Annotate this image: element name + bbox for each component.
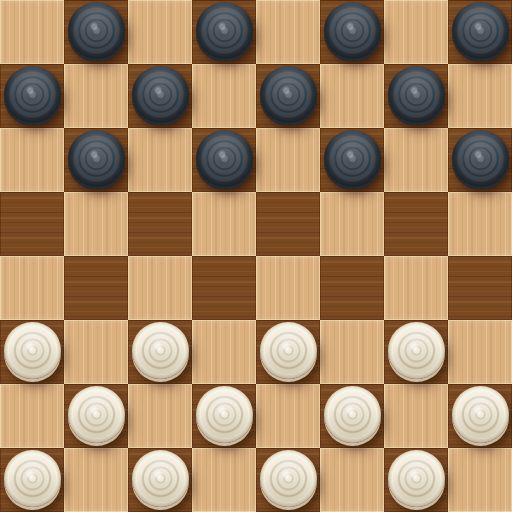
square-r7c5 [256,384,320,448]
square-r2c6 [320,64,384,128]
square-r8c1[interactable] [0,448,64,512]
square-r3c5 [256,128,320,192]
square-r6c3[interactable] [128,320,192,384]
square-r7c4[interactable] [192,384,256,448]
square-r4c3[interactable] [128,192,192,256]
square-r4c6 [320,192,384,256]
black-piece[interactable] [324,130,381,187]
square-r2c3[interactable] [128,64,192,128]
square-r7c2[interactable] [64,384,128,448]
square-r1c7 [384,0,448,64]
square-r8c4 [192,448,256,512]
square-r5c5 [256,256,320,320]
white-piece[interactable] [388,450,445,507]
square-r8c7[interactable] [384,448,448,512]
checkers-board [0,0,512,512]
black-piece[interactable] [4,66,61,123]
square-r6c2 [64,320,128,384]
square-r1c8[interactable] [448,0,512,64]
black-piece[interactable] [68,2,125,59]
white-piece[interactable] [196,386,253,443]
square-r7c3 [128,384,192,448]
square-r8c2 [64,448,128,512]
square-r8c5[interactable] [256,448,320,512]
square-r2c7[interactable] [384,64,448,128]
square-r6c8 [448,320,512,384]
square-r4c7[interactable] [384,192,448,256]
square-r7c6[interactable] [320,384,384,448]
square-r6c6 [320,320,384,384]
square-r8c8 [448,448,512,512]
black-piece[interactable] [196,2,253,59]
square-r3c2[interactable] [64,128,128,192]
white-piece[interactable] [132,322,189,379]
square-r7c8[interactable] [448,384,512,448]
black-piece[interactable] [260,66,317,123]
white-piece[interactable] [324,386,381,443]
square-r5c8[interactable] [448,256,512,320]
square-r7c7 [384,384,448,448]
square-r4c1[interactable] [0,192,64,256]
black-piece[interactable] [132,66,189,123]
square-r4c2 [64,192,128,256]
square-r3c1 [0,128,64,192]
square-r4c8 [448,192,512,256]
square-r6c1[interactable] [0,320,64,384]
square-r1c5 [256,0,320,64]
square-r3c4[interactable] [192,128,256,192]
square-r6c5[interactable] [256,320,320,384]
white-piece[interactable] [4,322,61,379]
white-piece[interactable] [132,450,189,507]
black-piece[interactable] [452,130,509,187]
white-piece[interactable] [388,322,445,379]
square-r2c4 [192,64,256,128]
square-r3c8[interactable] [448,128,512,192]
square-r1c6[interactable] [320,0,384,64]
square-r3c6[interactable] [320,128,384,192]
black-piece[interactable] [452,2,509,59]
square-r5c7 [384,256,448,320]
black-piece[interactable] [196,130,253,187]
square-r6c7[interactable] [384,320,448,384]
white-piece[interactable] [260,322,317,379]
square-r3c3 [128,128,192,192]
white-piece[interactable] [68,386,125,443]
white-piece[interactable] [260,450,317,507]
white-piece[interactable] [4,450,61,507]
square-r5c1 [0,256,64,320]
square-r5c3 [128,256,192,320]
square-r8c6 [320,448,384,512]
square-r4c5[interactable] [256,192,320,256]
black-piece[interactable] [68,130,125,187]
square-r1c3 [128,0,192,64]
black-piece[interactable] [324,2,381,59]
square-r3c7 [384,128,448,192]
square-r2c5[interactable] [256,64,320,128]
square-r1c4[interactable] [192,0,256,64]
square-r7c1 [0,384,64,448]
square-r2c1[interactable] [0,64,64,128]
square-r6c4 [192,320,256,384]
square-r1c2[interactable] [64,0,128,64]
square-r8c3[interactable] [128,448,192,512]
black-piece[interactable] [388,66,445,123]
square-r2c2 [64,64,128,128]
square-r5c2[interactable] [64,256,128,320]
square-r5c4[interactable] [192,256,256,320]
square-r4c4 [192,192,256,256]
square-r1c1 [0,0,64,64]
white-piece[interactable] [452,386,509,443]
square-r5c6[interactable] [320,256,384,320]
square-r2c8 [448,64,512,128]
